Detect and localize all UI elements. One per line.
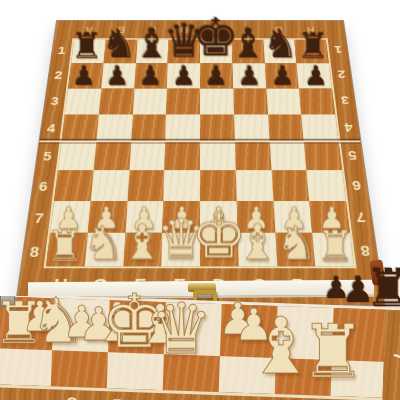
square-h8: ♜: [46, 233, 88, 267]
far-file-label-E: E: [200, 25, 232, 35]
square-e6: [164, 170, 200, 200]
square-c5: [235, 142, 271, 171]
square-h5: [58, 142, 96, 171]
square-h3: [65, 88, 101, 114]
piece-dark-pawn: ♟: [205, 62, 229, 89]
square-d4: [200, 114, 235, 141]
square-d6: [200, 170, 236, 200]
square-c3: [233, 88, 268, 114]
square-a2: ♟: [297, 63, 332, 88]
square-h6: [54, 170, 93, 200]
closeup-rank-label-7: 7: [389, 351, 400, 361]
square-b6: [271, 170, 309, 200]
square-g8: ♞: [84, 233, 125, 267]
square-g5: [93, 142, 130, 171]
square-e2: ♟: [167, 63, 200, 88]
piece-dark-pawn: ♟: [73, 62, 97, 89]
closeup-board: 78 GFEDC: [0, 296, 400, 400]
rank-label-5: 5: [341, 142, 365, 171]
square-d2: ♟: [200, 63, 233, 88]
square-g3: [99, 88, 134, 114]
square-a4: [301, 114, 338, 141]
closeup-file-label-G: G: [66, 394, 78, 400]
far-file-label-D: D: [168, 25, 200, 35]
piece-light-rook: ♜: [46, 225, 84, 267]
square-g4: [96, 114, 132, 141]
square-e3: [166, 88, 200, 114]
piece-light-knight: ♞: [275, 221, 317, 268]
far-file-label-A: A: [73, 25, 106, 35]
rank-label-3: 3: [334, 87, 357, 113]
square-d5: [200, 142, 236, 171]
piece-dark-pawn: ♟: [271, 62, 295, 89]
square-b3: [266, 88, 301, 114]
square-e5: [164, 142, 200, 171]
closeup-file-label-F: F: [112, 395, 122, 400]
square-f2: ♟: [134, 63, 168, 88]
rank-label-6: 6: [344, 171, 369, 202]
piece-dark-pawn: ♟: [139, 62, 163, 89]
square-c6: [236, 170, 273, 200]
square-a5: [304, 142, 342, 171]
closeup-clip: 78 GFEDC: [0, 296, 400, 400]
board-grid: ♜♞♝♛♚♝♞♜♟♟♟♟♟♟♟♟♟♟♟♟♟♟♟♟♜♞♝♛♚♝♞♜: [46, 40, 354, 267]
square-b4: [268, 114, 304, 141]
square-f4: [131, 114, 166, 141]
piece-light-knight: ♞: [83, 221, 125, 268]
far-file-label-G: G: [263, 25, 295, 35]
square-a8: ♜: [312, 233, 354, 267]
piece-dark-pawn: ♟: [172, 62, 196, 89]
square-h4: [61, 114, 98, 141]
square-b5: [269, 142, 306, 171]
product-photo-collage: ABCDEFGH 12345678 12345678 HGFEDCBA ♜♞♝♛…: [0, 0, 400, 400]
far-file-label-B: B: [105, 25, 137, 35]
square-f5: [129, 142, 165, 171]
square-d8: ♚: [200, 233, 239, 267]
square-h2: ♟: [68, 63, 103, 88]
square-a6: [307, 170, 346, 200]
closeup-photo: 78 GFEDC ♜♟♞♟♟♝♚♝♛♟♟♝♜ ♟♟♜: [0, 296, 400, 400]
rank-label-2: 2: [331, 62, 353, 87]
closeup-right-border: 78: [382, 310, 400, 400]
piece-light-rook: ♜: [316, 225, 354, 267]
square-g6: [91, 170, 129, 200]
square-c4: [234, 114, 269, 141]
far-file-label-C: C: [136, 25, 168, 35]
square-f6: [127, 170, 164, 200]
closeup-squares: [0, 296, 386, 398]
metal-hinge-icon: [0, 296, 15, 307]
playing-area: ♜♞♝♛♚♝♞♜♟♟♟♟♟♟♟♟♟♟♟♟♟♟♟♟♜♞♝♛♚♝♞♜: [43, 38, 356, 268]
wooden-latch-knob: [369, 259, 385, 286]
square-b8: ♞: [275, 233, 316, 267]
square-e4: [165, 114, 200, 141]
far-file-label-F: F: [231, 25, 263, 35]
square-c8: ♝: [237, 233, 277, 267]
chess-board: ABCDEFGH 12345678 12345678 HGFEDCBA ♜♞♝♛…: [16, 21, 384, 305]
rank-label-4: 4: [337, 114, 360, 142]
square-g2: ♟: [101, 63, 136, 88]
piece-dark-pawn: ♟: [106, 62, 130, 89]
square-d3: [200, 88, 234, 114]
piece-dark-pawn: ♟: [238, 62, 262, 89]
square-a3: [299, 88, 335, 114]
square-b2: ♟: [264, 63, 299, 88]
piece-dark-pawn: ♟: [304, 62, 328, 89]
square-c2: ♟: [232, 63, 266, 88]
piece-light-bishop: ♝: [236, 218, 280, 267]
square-f3: [132, 88, 167, 114]
far-file-label-H: H: [294, 25, 327, 35]
fold-seam: [39, 139, 361, 144]
rank-label-1: 1: [328, 38, 350, 62]
